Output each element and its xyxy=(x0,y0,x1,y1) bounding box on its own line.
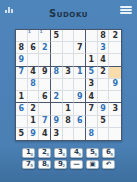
cell-r7c2[interactable]: 2 xyxy=(28,103,40,115)
key-7[interactable]: 75 xyxy=(22,160,35,170)
cell-r1c8[interactable]: 8 xyxy=(98,30,110,42)
cell-r7c6[interactable] xyxy=(74,103,86,115)
cell-r2c1[interactable]: 8 xyxy=(16,42,28,54)
cell-r8c7[interactable] xyxy=(86,116,98,128)
cell-r5c3[interactable] xyxy=(39,79,51,91)
cell-r9c3[interactable]: 4 xyxy=(39,128,51,140)
cell-r2c8[interactable]: 3 xyxy=(98,42,110,54)
header-bar: Sudoku xyxy=(0,0,137,26)
cell-r9c6[interactable] xyxy=(74,128,86,140)
sudoku-board: 1158286273914749831528391629462179317986… xyxy=(15,29,122,141)
cell-r2c6[interactable]: 7 xyxy=(74,42,86,54)
keypad-row: 142434455565 xyxy=(22,148,115,158)
cell-r2c5[interactable] xyxy=(63,42,75,54)
cell-r6c5[interactable] xyxy=(63,91,75,103)
key-9[interactable]: 92 xyxy=(54,160,67,170)
cell-r3c4[interactable] xyxy=(51,54,63,66)
key-4[interactable]: 45 xyxy=(70,148,83,158)
cell-r9c9[interactable] xyxy=(109,128,121,140)
cell-r4c6[interactable]: 1 xyxy=(74,67,86,79)
cell-r9c7[interactable]: 8 xyxy=(86,128,98,140)
cell-r2c3[interactable]: 2 xyxy=(39,42,51,54)
cell-r3c9[interactable] xyxy=(109,54,121,66)
cell-r6c3[interactable]: 6 xyxy=(39,91,51,103)
cell-r8c2[interactable]: 1 xyxy=(28,116,40,128)
cell-r9c1[interactable]: 5 xyxy=(16,128,28,140)
cell-r7c4[interactable] xyxy=(51,103,63,115)
cell-r1c5[interactable] xyxy=(63,30,75,42)
app-screen: Sudoku 115828627391474983152839162946217… xyxy=(0,0,137,182)
cell-r1c3[interactable]: 1 xyxy=(39,30,51,42)
cell-r7c1[interactable]: 6 xyxy=(16,103,28,115)
number-keypad: 142434455565758392—▣↶ xyxy=(0,148,137,169)
remaining-count: 2 xyxy=(62,164,65,168)
cell-r7c5[interactable]: 1 xyxy=(63,103,75,115)
cell-r7c3[interactable] xyxy=(39,103,51,115)
remaining-count: 4 xyxy=(62,153,65,157)
cell-r6c9[interactable] xyxy=(109,91,121,103)
cell-r5c8[interactable] xyxy=(98,79,110,91)
cell-r3c5[interactable] xyxy=(63,54,75,66)
cell-r9c4[interactable]: 3 xyxy=(51,128,63,140)
cell-r4c8[interactable]: 2 xyxy=(98,67,110,79)
cell-r1c9[interactable]: 2 xyxy=(109,30,121,42)
remaining-count: 5 xyxy=(110,153,113,157)
cell-r8c4[interactable]: 9 xyxy=(51,116,63,128)
cell-r7c9[interactable]: 3 xyxy=(109,103,121,115)
cell-r2c4[interactable] xyxy=(51,42,63,54)
cell-r1c7[interactable] xyxy=(86,30,98,42)
notes-button[interactable]: ▣ xyxy=(86,160,99,170)
cell-r3c3[interactable] xyxy=(39,54,51,66)
remaining-count: 5 xyxy=(94,153,97,157)
cell-r9c2[interactable]: 9 xyxy=(28,128,40,140)
cell-r4c7[interactable]: 5 xyxy=(86,67,98,79)
cell-r2c2[interactable]: 6 xyxy=(28,42,40,54)
cell-r3c7[interactable]: 1 xyxy=(86,54,98,66)
cell-r6c4[interactable]: 2 xyxy=(51,91,63,103)
cell-r6c1[interactable]: 1 xyxy=(16,91,28,103)
cell-r6c6[interactable]: 9 xyxy=(74,91,86,103)
key-5[interactable]: 55 xyxy=(86,148,99,158)
cell-r5c9[interactable]: 9 xyxy=(109,79,121,91)
cell-r1c2[interactable]: 1 xyxy=(28,30,40,42)
hamburger-menu-icon[interactable] xyxy=(120,6,132,15)
cell-r9c8[interactable] xyxy=(98,128,110,140)
key-2[interactable]: 24 xyxy=(38,148,51,158)
key-1[interactable]: 14 xyxy=(22,148,35,158)
cell-r8c5[interactable]: 8 xyxy=(63,116,75,128)
app-title: Sudoku xyxy=(49,8,88,19)
cell-r4c9[interactable] xyxy=(109,67,121,79)
cell-r9c5[interactable] xyxy=(63,128,75,140)
cell-r2c7[interactable] xyxy=(86,42,98,54)
cell-r8c8[interactable]: 5 xyxy=(98,116,110,128)
pencil-note-1: 1 xyxy=(39,30,43,34)
cell-r8c6[interactable]: 6 xyxy=(74,116,86,128)
cell-r3c6[interactable] xyxy=(74,54,86,66)
stats-bar-chart-icon[interactable] xyxy=(5,5,15,13)
cell-r5c5[interactable] xyxy=(63,79,75,91)
remaining-count: 5 xyxy=(78,153,81,157)
cell-r5c4[interactable] xyxy=(51,79,63,91)
cell-r5c1[interactable] xyxy=(16,79,28,91)
cell-r3c1[interactable]: 9 xyxy=(16,54,28,66)
cell-r8c3[interactable]: 7 xyxy=(39,116,51,128)
keypad-row: 758392—▣↶ xyxy=(22,160,115,170)
cell-r1c6[interactable] xyxy=(74,30,86,42)
cell-r2c9[interactable] xyxy=(109,42,121,54)
cell-r1c1[interactable] xyxy=(16,30,28,42)
cell-r6c8[interactable] xyxy=(98,91,110,103)
erase-button[interactable]: — xyxy=(70,160,83,170)
remaining-count: 3 xyxy=(46,164,49,168)
cell-r8c1[interactable] xyxy=(16,116,28,128)
pencil-note-1: 1 xyxy=(28,30,32,34)
cell-r7c8[interactable]: 9 xyxy=(98,103,110,115)
cell-r4c4[interactable]: 8 xyxy=(51,67,63,79)
key-3[interactable]: 34 xyxy=(54,148,67,158)
cell-r5c7[interactable]: 3 xyxy=(86,79,98,91)
key-8[interactable]: 83 xyxy=(38,160,51,170)
cell-r3c8[interactable]: 4 xyxy=(98,54,110,66)
cell-r8c9[interactable] xyxy=(109,116,121,128)
remaining-count: 5 xyxy=(30,164,33,168)
remaining-count: 4 xyxy=(30,153,33,157)
cell-r5c2[interactable]: 8 xyxy=(28,79,40,91)
cell-r6c7[interactable]: 4 xyxy=(86,91,98,103)
cell-r6c2[interactable] xyxy=(28,91,40,103)
remaining-count: 4 xyxy=(46,153,49,157)
cell-r4c1[interactable]: 7 xyxy=(16,67,28,79)
key-6[interactable]: 65 xyxy=(102,148,115,158)
cell-r7c7[interactable]: 7 xyxy=(86,103,98,115)
cell-r3c2[interactable] xyxy=(28,54,40,66)
cell-r4c2[interactable]: 4 xyxy=(28,67,40,79)
cell-r5c6[interactable] xyxy=(74,79,86,91)
undo-button[interactable]: ↶ xyxy=(102,160,115,170)
cell-r4c5[interactable]: 3 xyxy=(63,67,75,79)
cell-r1c4[interactable]: 5 xyxy=(51,30,63,42)
cell-r4c3[interactable]: 9 xyxy=(39,67,51,79)
